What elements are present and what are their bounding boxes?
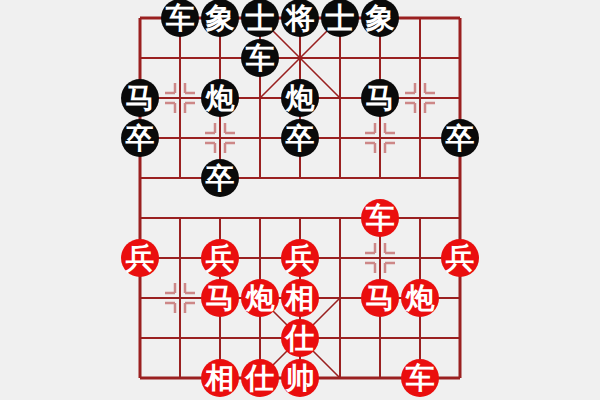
piece-black-chariot[interactable]: 车 [161,0,199,37]
piece-red-soldier[interactable]: 兵 [201,239,239,277]
piece-red-soldier[interactable]: 兵 [441,239,479,277]
piece-black-advisor[interactable]: 士 [321,0,359,37]
piece-black-chariot[interactable]: 车 [241,39,279,77]
piece-black-soldier[interactable]: 卒 [441,119,479,157]
piece-black-horse[interactable]: 马 [121,79,159,117]
piece-red-soldier[interactable]: 兵 [121,239,159,277]
piece-black-elephant[interactable]: 象 [201,0,239,37]
pieces-layer: 车象士将士象车马炮炮马卒卒卒卒车兵兵兵兵马炮相马炮仕相仕帅车 [120,0,480,398]
piece-black-soldier[interactable]: 卒 [281,119,319,157]
piece-red-chariot[interactable]: 车 [401,359,439,397]
piece-black-cannon[interactable]: 炮 [281,79,319,117]
piece-red-advisor[interactable]: 仕 [281,319,319,357]
piece-red-chariot[interactable]: 车 [361,199,399,237]
piece-red-cannon[interactable]: 炮 [241,279,279,317]
piece-black-soldier[interactable]: 卒 [121,119,159,157]
piece-black-advisor[interactable]: 士 [241,0,279,37]
piece-black-soldier[interactable]: 卒 [201,159,239,197]
piece-black-cannon[interactable]: 炮 [201,79,239,117]
piece-black-elephant[interactable]: 象 [361,0,399,37]
piece-red-elephant[interactable]: 相 [201,359,239,397]
piece-red-cannon[interactable]: 炮 [401,279,439,317]
xiangqi-board: 车象士将士象车马炮炮马卒卒卒卒车兵兵兵兵马炮相马炮仕相仕帅车 [0,0,600,400]
piece-red-horse[interactable]: 马 [201,279,239,317]
piece-red-elephant[interactable]: 相 [281,279,319,317]
piece-red-advisor[interactable]: 仕 [241,359,279,397]
piece-red-horse[interactable]: 马 [361,279,399,317]
piece-black-horse[interactable]: 马 [361,79,399,117]
piece-red-soldier[interactable]: 兵 [281,239,319,277]
piece-red-general[interactable]: 帅 [281,359,319,397]
piece-black-general[interactable]: 将 [281,0,319,37]
